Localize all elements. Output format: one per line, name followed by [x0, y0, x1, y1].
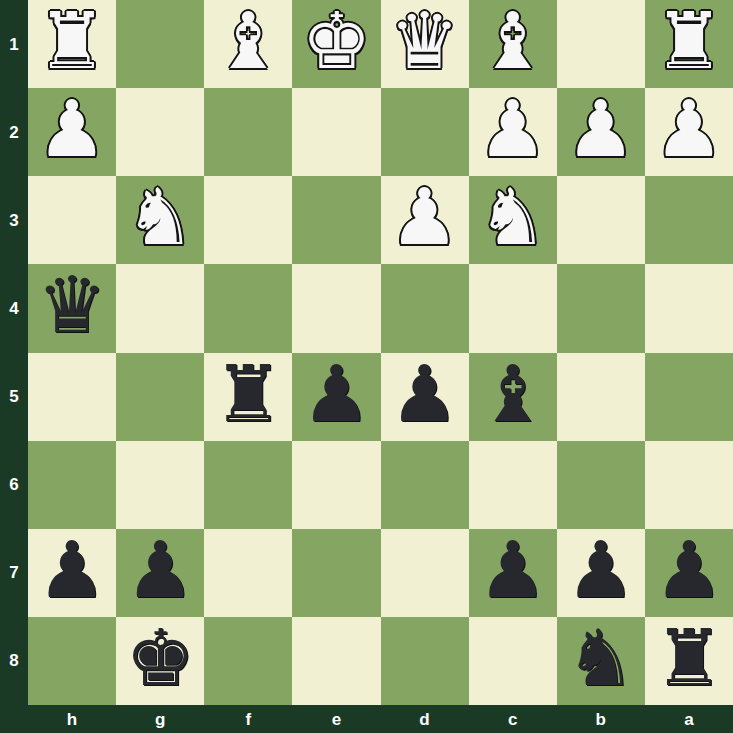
- rank-label-3: 3: [0, 176, 28, 264]
- piece-black-knight-b8[interactable]: ♞: [566, 619, 636, 697]
- square-c7[interactable]: ♟: [469, 529, 557, 617]
- rank-labels: 12345678: [0, 0, 28, 705]
- piece-black-pawn-c7[interactable]: ♟: [478, 531, 548, 609]
- square-f7[interactable]: [204, 529, 292, 617]
- piece-white-pawn-b2[interactable]: ♟: [566, 90, 636, 168]
- square-d7[interactable]: [381, 529, 469, 617]
- square-b1[interactable]: [557, 0, 645, 88]
- square-h5[interactable]: [28, 353, 116, 441]
- square-h4[interactable]: ♛: [28, 264, 116, 352]
- file-label-g: g: [116, 705, 204, 733]
- piece-white-pawn-d3[interactable]: ♟: [390, 178, 460, 256]
- piece-white-knight-c3[interactable]: ♞: [478, 178, 548, 256]
- file-label-d: d: [381, 705, 469, 733]
- piece-black-pawn-h7[interactable]: ♟: [37, 531, 107, 609]
- square-f3[interactable]: [204, 176, 292, 264]
- square-d1[interactable]: ♛: [381, 0, 469, 88]
- square-f6[interactable]: [204, 441, 292, 529]
- file-label-b: b: [557, 705, 645, 733]
- square-c6[interactable]: [469, 441, 557, 529]
- rank-label-5: 5: [0, 353, 28, 441]
- rank-label-2: 2: [0, 88, 28, 176]
- piece-white-queen-d1[interactable]: ♛: [390, 2, 460, 80]
- file-label-e: e: [292, 705, 380, 733]
- square-d4[interactable]: [381, 264, 469, 352]
- square-f2[interactable]: [204, 88, 292, 176]
- square-g4[interactable]: [116, 264, 204, 352]
- square-g8[interactable]: ♚: [116, 617, 204, 705]
- piece-black-pawn-g7[interactable]: ♟: [125, 531, 195, 609]
- square-e4[interactable]: [292, 264, 380, 352]
- square-e3[interactable]: [292, 176, 380, 264]
- square-e8[interactable]: [292, 617, 380, 705]
- square-b3[interactable]: [557, 176, 645, 264]
- square-e5[interactable]: ♟: [292, 353, 380, 441]
- piece-black-queen-h4[interactable]: ♛: [37, 266, 107, 344]
- square-c1[interactable]: ♝: [469, 0, 557, 88]
- square-a8[interactable]: ♜: [645, 617, 733, 705]
- square-b8[interactable]: ♞: [557, 617, 645, 705]
- file-labels: hgfedcba: [28, 705, 733, 733]
- square-h7[interactable]: ♟: [28, 529, 116, 617]
- piece-white-pawn-a2[interactable]: ♟: [654, 90, 724, 168]
- piece-white-pawn-c2[interactable]: ♟: [478, 90, 548, 168]
- square-h3[interactable]: [28, 176, 116, 264]
- rank-label-7: 7: [0, 529, 28, 617]
- square-a1[interactable]: ♜: [645, 0, 733, 88]
- square-d2[interactable]: [381, 88, 469, 176]
- square-c8[interactable]: [469, 617, 557, 705]
- square-c2[interactable]: ♟: [469, 88, 557, 176]
- square-d3[interactable]: ♟: [381, 176, 469, 264]
- file-label-a: a: [645, 705, 733, 733]
- square-h6[interactable]: [28, 441, 116, 529]
- square-f8[interactable]: [204, 617, 292, 705]
- square-a7[interactable]: ♟: [645, 529, 733, 617]
- piece-black-king-g8[interactable]: ♚: [125, 619, 195, 697]
- piece-black-rook-f5[interactable]: ♜: [213, 355, 283, 433]
- piece-white-rook-a1[interactable]: ♜: [654, 2, 724, 80]
- square-e6[interactable]: [292, 441, 380, 529]
- file-label-f: f: [204, 705, 292, 733]
- square-e2[interactable]: [292, 88, 380, 176]
- square-g3[interactable]: ♞: [116, 176, 204, 264]
- square-c4[interactable]: [469, 264, 557, 352]
- piece-white-bishop-c1[interactable]: ♝: [478, 2, 548, 80]
- square-f1[interactable]: ♝: [204, 0, 292, 88]
- chess-board-diagram: 12345678 ♜♝♚♛♝♜♟♟♟♟♞♟♞♛♜♟♟♝♟♟♟♟♟♚♞♜ hgfe…: [0, 0, 733, 733]
- piece-black-pawn-e5[interactable]: ♟: [301, 355, 371, 433]
- file-label-h: h: [28, 705, 116, 733]
- piece-white-king-e1[interactable]: ♚: [301, 2, 371, 80]
- piece-black-pawn-d5[interactable]: ♟: [390, 355, 460, 433]
- rank-label-8: 8: [0, 617, 28, 705]
- square-b7[interactable]: ♟: [557, 529, 645, 617]
- piece-black-rook-a8[interactable]: ♜: [654, 619, 724, 697]
- square-h2[interactable]: ♟: [28, 88, 116, 176]
- square-g1[interactable]: [116, 0, 204, 88]
- square-a3[interactable]: [645, 176, 733, 264]
- square-c5[interactable]: ♝: [469, 353, 557, 441]
- square-b6[interactable]: [557, 441, 645, 529]
- square-f4[interactable]: [204, 264, 292, 352]
- square-b2[interactable]: ♟: [557, 88, 645, 176]
- piece-white-knight-g3[interactable]: ♞: [125, 178, 195, 256]
- square-d6[interactable]: [381, 441, 469, 529]
- piece-black-pawn-b7[interactable]: ♟: [566, 531, 636, 609]
- piece-white-rook-h1[interactable]: ♜: [37, 2, 107, 80]
- rank-label-6: 6: [0, 441, 28, 529]
- square-c3[interactable]: ♞: [469, 176, 557, 264]
- square-d5[interactable]: ♟: [381, 353, 469, 441]
- square-g7[interactable]: ♟: [116, 529, 204, 617]
- square-a2[interactable]: ♟: [645, 88, 733, 176]
- rank-label-4: 4: [0, 264, 28, 352]
- square-a4[interactable]: [645, 264, 733, 352]
- piece-black-bishop-c5[interactable]: ♝: [478, 355, 548, 433]
- square-h1[interactable]: ♜: [28, 0, 116, 88]
- square-d8[interactable]: [381, 617, 469, 705]
- rank-label-1: 1: [0, 0, 28, 88]
- piece-black-pawn-a7[interactable]: ♟: [654, 531, 724, 609]
- square-g5[interactable]: [116, 353, 204, 441]
- piece-white-pawn-h2[interactable]: ♟: [37, 90, 107, 168]
- square-h8[interactable]: [28, 617, 116, 705]
- square-b5[interactable]: [557, 353, 645, 441]
- square-f5[interactable]: ♜: [204, 353, 292, 441]
- board: ♜♝♚♛♝♜♟♟♟♟♞♟♞♛♜♟♟♝♟♟♟♟♟♚♞♜: [28, 0, 733, 705]
- piece-white-bishop-f1[interactable]: ♝: [213, 2, 283, 80]
- square-g6[interactable]: [116, 441, 204, 529]
- square-a5[interactable]: [645, 353, 733, 441]
- square-e7[interactable]: [292, 529, 380, 617]
- square-a6[interactable]: [645, 441, 733, 529]
- square-g2[interactable]: [116, 88, 204, 176]
- square-b4[interactable]: [557, 264, 645, 352]
- file-label-c: c: [469, 705, 557, 733]
- square-e1[interactable]: ♚: [292, 0, 380, 88]
